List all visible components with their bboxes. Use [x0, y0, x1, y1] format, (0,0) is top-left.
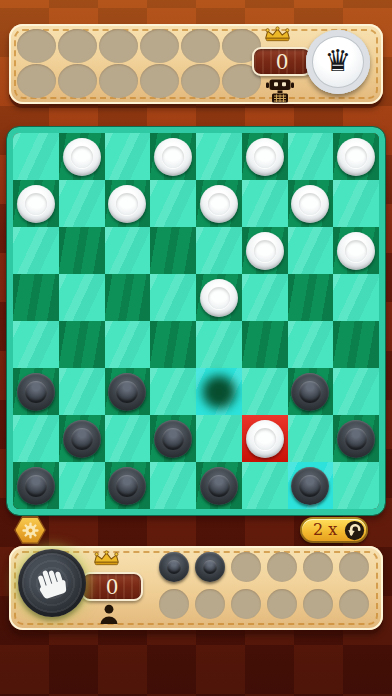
- cell-r6c3[interactable]: [150, 415, 196, 462]
- cell-r0c7[interactable]: [333, 133, 379, 180]
- undo-button-face: 2 x: [302, 519, 366, 541]
- tray-slot: [159, 552, 189, 582]
- tray-slot: [99, 29, 138, 63]
- board: [7, 127, 385, 515]
- cell-r7c0[interactable]: [13, 462, 59, 509]
- black-piece[interactable]: [63, 420, 101, 458]
- black-piece[interactable]: [154, 420, 192, 458]
- cell-r6c7[interactable]: [333, 415, 379, 462]
- cell-r0c3[interactable]: [150, 133, 196, 180]
- cell-r2c2: [105, 227, 151, 274]
- black-piece[interactable]: [200, 467, 238, 505]
- cell-r1c5: [242, 180, 288, 227]
- cell-r1c0[interactable]: [13, 180, 59, 227]
- black-player-avatar[interactable]: [18, 549, 86, 617]
- cell-r6c5[interactable]: [242, 415, 288, 462]
- black-piece[interactable]: [291, 373, 329, 411]
- bottom-score-value: 0: [106, 577, 119, 597]
- cell-r1c3: [150, 180, 196, 227]
- cell-r7c7: [333, 462, 379, 509]
- queen-crown-icon: ♛: [325, 46, 352, 76]
- cell-r7c2[interactable]: [105, 462, 151, 509]
- tray-slot: [231, 552, 261, 582]
- tray-slot: [231, 589, 261, 619]
- cell-r3c2[interactable]: [105, 274, 151, 321]
- tray-slot: [58, 64, 97, 98]
- cell-r0c4: [196, 133, 242, 180]
- cell-r5c7: [333, 368, 379, 415]
- settings-button[interactable]: [14, 516, 46, 544]
- cell-r3c5: [242, 274, 288, 321]
- cell-r3c4[interactable]: [196, 274, 242, 321]
- cell-r2c3[interactable]: [150, 227, 196, 274]
- cell-r3c0[interactable]: [13, 274, 59, 321]
- cell-r0c1[interactable]: [59, 133, 105, 180]
- app-root: 0 ♛: [0, 0, 392, 696]
- gear-icon: [16, 518, 45, 543]
- undo-count-label: 2 x: [313, 522, 337, 538]
- black-piece[interactable]: [17, 467, 55, 505]
- cell-r6c0: [13, 415, 59, 462]
- top-player-panel: 0 ♛: [9, 24, 383, 104]
- top-score-value: 0: [276, 52, 289, 72]
- black-piece[interactable]: [108, 467, 146, 505]
- top-captured-tray: [17, 29, 261, 99]
- cell-r5c1: [59, 368, 105, 415]
- cell-r2c7[interactable]: [333, 227, 379, 274]
- white-piece[interactable]: [246, 420, 284, 458]
- tray-slot: [267, 552, 297, 582]
- captured-piece-ghost: [196, 369, 242, 415]
- cell-r5c0[interactable]: [13, 368, 59, 415]
- tray-slot: [267, 589, 297, 619]
- cell-r4c6: [288, 321, 334, 368]
- crown-icon: [91, 550, 122, 566]
- tray-slot: [303, 552, 333, 582]
- cell-r5c6[interactable]: [288, 368, 334, 415]
- cell-r3c3: [150, 274, 196, 321]
- cell-r5c5: [242, 368, 288, 415]
- cell-r0c5[interactable]: [242, 133, 288, 180]
- cell-r5c3: [150, 368, 196, 415]
- tray-slot: [339, 589, 369, 619]
- cell-r6c4: [196, 415, 242, 462]
- tray-slot: [339, 552, 369, 582]
- white-piece[interactable]: [108, 185, 146, 223]
- white-piece[interactable]: [63, 138, 101, 176]
- cell-r7c1: [59, 462, 105, 509]
- cell-r1c2[interactable]: [105, 180, 151, 227]
- captured-black-piece: [159, 552, 189, 582]
- cell-r4c2: [105, 321, 151, 368]
- cell-r1c4[interactable]: [196, 180, 242, 227]
- cell-r4c4: [196, 321, 242, 368]
- white-piece[interactable]: [17, 185, 55, 223]
- white-player-avatar[interactable]: ♛: [306, 30, 370, 94]
- cell-r3c6[interactable]: [288, 274, 334, 321]
- cell-r4c1[interactable]: [59, 321, 105, 368]
- cell-r2c5[interactable]: [242, 227, 288, 274]
- person-icon: [98, 604, 120, 625]
- cell-r0c0: [13, 133, 59, 180]
- cell-r0c6: [288, 133, 334, 180]
- cell-r2c6: [288, 227, 334, 274]
- cell-r5c2[interactable]: [105, 368, 151, 415]
- robot-icon: [265, 78, 295, 103]
- white-piece[interactable]: [291, 185, 329, 223]
- cell-r7c6[interactable]: [288, 462, 334, 509]
- cell-r0c2: [105, 133, 151, 180]
- cell-r2c0: [13, 227, 59, 274]
- tray-slot: [140, 29, 179, 63]
- tray-slot: [195, 589, 225, 619]
- white-piece[interactable]: [246, 138, 284, 176]
- tray-slot: [99, 64, 138, 98]
- tray-slot: [303, 589, 333, 619]
- tray-slot: [181, 29, 220, 63]
- cell-r6c2: [105, 415, 151, 462]
- tray-slot: [17, 64, 56, 98]
- cell-r4c0: [13, 321, 59, 368]
- tray-slot: [159, 589, 189, 619]
- cell-r7c4[interactable]: [196, 462, 242, 509]
- white-piece[interactable]: [246, 232, 284, 270]
- black-piece[interactable]: [337, 420, 375, 458]
- bottom-captured-tray: [159, 552, 369, 626]
- cell-r2c1[interactable]: [59, 227, 105, 274]
- cell-r4c3[interactable]: [150, 321, 196, 368]
- cell-r7c3: [150, 462, 196, 509]
- cell-r6c6: [288, 415, 334, 462]
- captured-black-piece: [195, 552, 225, 582]
- crown-icon: [262, 26, 293, 42]
- cell-r4c7[interactable]: [333, 321, 379, 368]
- white-piece[interactable]: [337, 232, 375, 270]
- bottom-score-counter: 0: [81, 572, 143, 601]
- tray-slot: [140, 64, 179, 98]
- black-piece[interactable]: [108, 373, 146, 411]
- cell-r6c1[interactable]: [59, 415, 105, 462]
- cell-r2c4: [196, 227, 242, 274]
- black-piece[interactable]: [291, 467, 329, 505]
- top-score-counter: 0: [252, 47, 312, 76]
- cell-r7c5: [242, 462, 288, 509]
- hand-icon: [34, 565, 70, 601]
- black-piece[interactable]: [17, 373, 55, 411]
- tray-slot: [181, 64, 220, 98]
- undo-button[interactable]: 2 x: [300, 517, 368, 543]
- cell-r3c7: [333, 274, 379, 321]
- tray-slot: [195, 552, 225, 582]
- cell-r4c5[interactable]: [242, 321, 288, 368]
- white-piece[interactable]: [154, 138, 192, 176]
- white-piece[interactable]: [200, 279, 238, 317]
- cell-r3c1: [59, 274, 105, 321]
- undo-arrow-icon: [344, 520, 365, 541]
- tray-slot: [58, 29, 97, 63]
- bottom-player-panel: 0: [9, 546, 383, 630]
- tray-slot: [17, 29, 56, 63]
- cell-r5c4[interactable]: [196, 368, 242, 415]
- cell-r1c7: [333, 180, 379, 227]
- cell-r1c1: [59, 180, 105, 227]
- cell-r1c6[interactable]: [288, 180, 334, 227]
- white-piece[interactable]: [337, 138, 375, 176]
- white-piece[interactable]: [200, 185, 238, 223]
